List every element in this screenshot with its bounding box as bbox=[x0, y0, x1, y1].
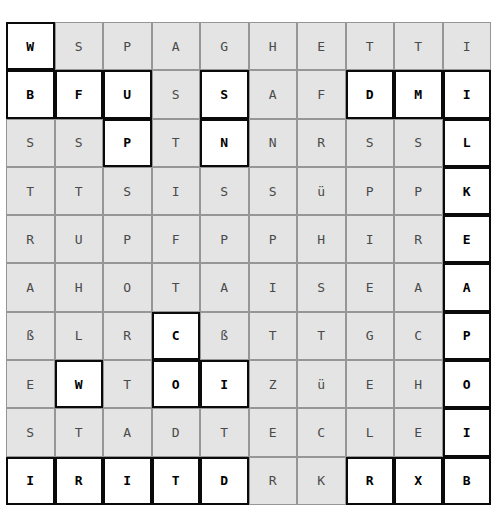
grid-cell-word-letter[interactable]: S bbox=[200, 167, 249, 215]
grid-cell-word-letter[interactable]: C bbox=[394, 312, 443, 360]
grid-cell-filler[interactable]: I bbox=[103, 457, 152, 505]
grid-cell-word-letter[interactable]: A bbox=[200, 263, 249, 311]
grid-cell-filler[interactable]: T bbox=[152, 457, 201, 505]
grid-cell-filler[interactable]: P bbox=[443, 312, 492, 360]
grid-cell-filler[interactable]: O bbox=[152, 360, 201, 408]
grid-cell-word-letter[interactable]: R bbox=[249, 457, 298, 505]
grid-cell-filler[interactable]: E bbox=[443, 215, 492, 263]
grid-cell-word-letter[interactable]: ü bbox=[297, 360, 346, 408]
grid-cell-filler[interactable]: D bbox=[346, 70, 395, 118]
grid-cell-word-letter[interactable]: G bbox=[200, 22, 249, 70]
grid-cell-word-letter[interactable]: Z bbox=[249, 360, 298, 408]
grid-cell-word-letter[interactable]: R bbox=[297, 119, 346, 167]
grid-cell-filler[interactable]: F bbox=[55, 70, 104, 118]
grid-cell-word-letter[interactable]: H bbox=[394, 360, 443, 408]
grid-cell-filler[interactable]: R bbox=[55, 457, 104, 505]
grid-cell-word-letter[interactable]: T bbox=[6, 167, 55, 215]
grid-cell-word-letter[interactable]: T bbox=[152, 119, 201, 167]
grid-cell-word-letter[interactable]: R bbox=[6, 215, 55, 263]
grid-cell-filler[interactable]: A bbox=[443, 263, 492, 311]
grid-cell-word-letter[interactable]: K bbox=[297, 457, 346, 505]
grid-cell-filler[interactable]: P bbox=[103, 119, 152, 167]
grid-cell-word-letter[interactable]: C bbox=[297, 408, 346, 456]
grid-cell-word-letter[interactable]: L bbox=[55, 312, 104, 360]
grid-cell-filler[interactable]: I bbox=[6, 457, 55, 505]
grid-cell-word-letter[interactable]: P bbox=[249, 215, 298, 263]
grid-cell-word-letter[interactable]: T bbox=[297, 312, 346, 360]
grid-cell-word-letter[interactable]: I bbox=[249, 263, 298, 311]
grid-cell-word-letter[interactable]: S bbox=[346, 119, 395, 167]
grid-cell-word-letter[interactable]: I bbox=[346, 215, 395, 263]
grid-cell-word-letter[interactable]: G bbox=[346, 312, 395, 360]
grid-cell-filler[interactable]: B bbox=[443, 457, 492, 505]
grid-cell-word-letter[interactable]: H bbox=[55, 263, 104, 311]
grid-cell-word-letter[interactable]: T bbox=[55, 408, 104, 456]
grid-cell-filler[interactable]: W bbox=[55, 360, 104, 408]
grid-cell-word-letter[interactable]: F bbox=[297, 70, 346, 118]
grid-cell-word-letter[interactable]: P bbox=[103, 215, 152, 263]
grid-cell-filler[interactable]: S bbox=[200, 70, 249, 118]
grid-cell-word-letter[interactable]: A bbox=[6, 263, 55, 311]
grid-cell-word-letter[interactable]: L bbox=[346, 408, 395, 456]
grid-cell-filler[interactable]: R bbox=[346, 457, 395, 505]
grid-cell-filler[interactable]: I bbox=[200, 360, 249, 408]
grid-cell-word-letter[interactable]: E bbox=[394, 408, 443, 456]
grid-cell-word-letter[interactable]: E bbox=[249, 408, 298, 456]
grid-cell-filler[interactable]: C bbox=[152, 312, 201, 360]
grid-cell-word-letter[interactable]: T bbox=[346, 22, 395, 70]
grid-cell-word-letter[interactable]: D bbox=[152, 408, 201, 456]
grid-cell-word-letter[interactable]: T bbox=[152, 263, 201, 311]
grid-cell-word-letter[interactable]: S bbox=[6, 408, 55, 456]
grid-cell-word-letter[interactable]: S bbox=[55, 119, 104, 167]
grid-cell-word-letter[interactable]: S bbox=[152, 70, 201, 118]
grid-cell-filler[interactable]: X bbox=[394, 457, 443, 505]
grid-cell-word-letter[interactable]: A bbox=[394, 263, 443, 311]
grid-cell-filler[interactable]: O bbox=[443, 360, 492, 408]
grid-cell-word-letter[interactable]: P bbox=[103, 22, 152, 70]
grid-cell-word-letter[interactable]: T bbox=[394, 22, 443, 70]
grid-cell-word-letter[interactable]: P bbox=[200, 215, 249, 263]
grid-cell-filler[interactable]: L bbox=[443, 119, 492, 167]
grid-cell-word-letter[interactable]: S bbox=[297, 263, 346, 311]
grid-cell-word-letter[interactable]: T bbox=[200, 408, 249, 456]
grid-cell-word-letter[interactable]: ß bbox=[200, 312, 249, 360]
grid-cell-word-letter[interactable]: S bbox=[55, 22, 104, 70]
page: { "game": "word-search (Suchsel, German)… bbox=[0, 0, 500, 520]
grid-cell-word-letter[interactable]: U bbox=[55, 215, 104, 263]
grid-cell-filler[interactable]: K bbox=[443, 167, 492, 215]
grid-cell-word-letter[interactable]: T bbox=[249, 312, 298, 360]
grid-cell-word-letter[interactable]: P bbox=[346, 167, 395, 215]
grid-cell-word-letter[interactable]: H bbox=[297, 215, 346, 263]
grid-cell-filler[interactable]: B bbox=[6, 70, 55, 118]
grid-cell-word-letter[interactable]: R bbox=[394, 215, 443, 263]
grid-cell-word-letter[interactable]: S bbox=[249, 167, 298, 215]
grid-cell-word-letter[interactable]: S bbox=[103, 167, 152, 215]
grid-cell-word-letter[interactable]: A bbox=[152, 22, 201, 70]
grid-cell-word-letter[interactable]: P bbox=[394, 167, 443, 215]
grid-cell-word-letter[interactable]: R bbox=[103, 312, 152, 360]
grid-cell-word-letter[interactable]: T bbox=[103, 360, 152, 408]
grid-cell-word-letter[interactable]: F bbox=[152, 215, 201, 263]
grid-cell-filler[interactable]: I bbox=[443, 70, 492, 118]
grid-cell-filler[interactable]: M bbox=[394, 70, 443, 118]
grid-cell-word-letter[interactable]: S bbox=[6, 119, 55, 167]
grid-cell-filler[interactable]: D bbox=[200, 457, 249, 505]
grid-cell-word-letter[interactable]: I bbox=[443, 22, 492, 70]
grid-cell-filler[interactable]: W bbox=[6, 22, 55, 70]
grid-cell-word-letter[interactable]: E bbox=[6, 360, 55, 408]
grid-cell-filler[interactable]: U bbox=[103, 70, 152, 118]
grid-cell-word-letter[interactable]: ß bbox=[6, 312, 55, 360]
grid-cell-word-letter[interactable]: S bbox=[394, 119, 443, 167]
grid-cell-word-letter[interactable]: N bbox=[249, 119, 298, 167]
grid-cell-filler[interactable]: N bbox=[200, 119, 249, 167]
grid-cell-word-letter[interactable]: ü bbox=[297, 167, 346, 215]
grid-cell-word-letter[interactable]: A bbox=[249, 70, 298, 118]
grid-cell-word-letter[interactable]: O bbox=[103, 263, 152, 311]
grid-cell-word-letter[interactable]: E bbox=[346, 263, 395, 311]
word-search-grid: WSPAGHETTIBFUSSAFDMISSPTNNRSSLTTSISSüPPK… bbox=[6, 22, 491, 505]
grid-cell-filler[interactable]: I bbox=[443, 408, 492, 456]
grid-cell-word-letter[interactable]: A bbox=[103, 408, 152, 456]
grid-cell-word-letter[interactable]: E bbox=[297, 22, 346, 70]
grid-cell-word-letter[interactable]: H bbox=[249, 22, 298, 70]
grid-cell-word-letter[interactable]: T bbox=[55, 167, 104, 215]
grid-cell-word-letter[interactable]: E bbox=[346, 360, 395, 408]
grid-cell-word-letter[interactable]: I bbox=[152, 167, 201, 215]
